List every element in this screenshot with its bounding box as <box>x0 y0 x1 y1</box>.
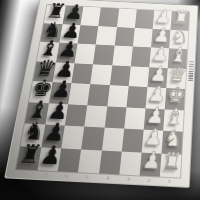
square-a2[interactable]: ♟ <box>152 10 171 29</box>
square-g3[interactable] <box>121 129 143 153</box>
square-h2[interactable]: ♟ <box>139 152 161 176</box>
square-d2[interactable]: ♟ <box>147 67 167 88</box>
square-e2[interactable]: ♟ <box>145 87 166 109</box>
square-h4[interactable] <box>99 150 122 174</box>
square-c2[interactable]: ♟ <box>149 47 169 67</box>
square-d3[interactable] <box>128 66 149 87</box>
square-f2[interactable]: ♟ <box>143 108 164 131</box>
square-c1[interactable]: ♝ <box>168 48 188 68</box>
square-f4[interactable] <box>104 106 126 129</box>
white-rook: ♜ <box>170 7 192 29</box>
square-b3[interactable] <box>133 28 153 48</box>
border-printing-marks <box>188 61 194 82</box>
square-g1[interactable]: ♞ <box>161 131 182 155</box>
square-g4[interactable] <box>101 128 123 152</box>
square-a3[interactable] <box>135 9 155 28</box>
square-h1[interactable]: ♜ <box>160 153 182 177</box>
square-d4[interactable] <box>109 65 130 86</box>
square-c4[interactable] <box>112 45 133 65</box>
square-e4[interactable] <box>107 85 128 107</box>
coordinate-mark: 4 <box>97 175 118 182</box>
coordinate-mark: 5 <box>77 174 98 181</box>
square-c5[interactable] <box>93 45 114 65</box>
square-b5[interactable] <box>96 26 117 46</box>
coordinate-mark: 8 <box>15 170 37 177</box>
square-e3[interactable] <box>126 86 147 108</box>
square-h3[interactable] <box>119 151 141 175</box>
square-a1[interactable]: ♜ <box>170 11 189 30</box>
square-f1[interactable]: ♝ <box>163 109 184 132</box>
square-a5[interactable] <box>99 8 119 27</box>
chess-board: ♜♟♟♜♞♟♟♞♝♟♟♝♛♟♟♛♚♟♟♚♝♟♟♝♞♟♟♞♜♟♟♜ 8765432… <box>4 0 198 188</box>
coordinate-mark: 2 <box>138 177 159 184</box>
board-grid: ♜♟♟♜♞♟♟♞♝♟♟♝♛♟♟♛♚♟♟♚♝♟♟♝♞♟♟♞♜♟♟♜ <box>16 5 189 178</box>
square-g2[interactable]: ♟ <box>141 130 163 154</box>
square-f3[interactable] <box>124 107 146 130</box>
square-b4[interactable] <box>114 27 134 47</box>
chessboard-photo: ♜♟♟♜♞♟♟♞♝♟♟♝♛♟♟♛♚♟♟♚♝♟♟♝♞♟♟♞♜♟♟♜ 8765432… <box>0 0 200 200</box>
coordinate-mark: 7 <box>35 171 57 178</box>
square-b1[interactable]: ♞ <box>169 29 188 49</box>
square-c3[interactable] <box>130 46 150 66</box>
square-b2[interactable]: ♟ <box>151 29 171 49</box>
square-e1[interactable]: ♚ <box>165 88 185 110</box>
coordinate-mark: 6 <box>56 172 77 179</box>
square-d5[interactable] <box>91 64 112 85</box>
square-d1[interactable]: ♛ <box>166 68 186 89</box>
square-a4[interactable] <box>117 9 137 28</box>
coordinate-mark: 3 <box>118 176 139 183</box>
square-e5[interactable] <box>88 84 110 106</box>
coordinate-mark: 1 <box>159 178 180 185</box>
